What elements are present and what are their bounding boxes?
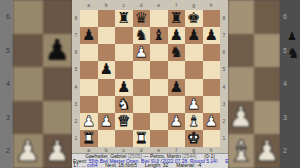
black-pawn: ♟ [168,27,186,44]
background-square [254,34,280,68]
square-a6[interactable] [80,44,98,61]
coordinate-label: 3 [72,96,80,113]
black-bishop: ♝ [150,27,168,44]
black-knight: ♞ [168,44,186,61]
square-d7[interactable]: ♞ [133,27,151,44]
square-g6[interactable] [185,44,203,61]
white-pawn: ♟ [228,101,254,135]
black-pawn: ♟ [115,79,133,96]
square-f1[interactable] [168,130,186,147]
square-g7[interactable]: ♟ [185,27,203,44]
square-f6[interactable]: ♞ [168,44,186,61]
rank-labels-right: 87654321 [220,10,228,147]
square-b4[interactable] [98,79,116,96]
square-g3[interactable]: ♟ [185,96,203,113]
square-d2[interactable] [133,113,151,130]
last-move: cxb4 [87,163,98,168]
background-square [43,101,73,135]
square-g1[interactable]: ♚ [185,130,203,147]
background-rank-label: 5 [6,47,10,54]
coordinate-label: a [80,0,98,10]
background-rank-label: 4 [6,80,10,87]
white-pawn: ♟ [133,44,151,61]
square-g5[interactable] [185,61,203,78]
white-pawn: ♟ [13,134,43,168]
background-right-rank-band: 65432♟♞ [280,0,300,168]
coordinate-label: 8 [72,10,80,27]
coordinate-label: 6 [220,44,228,61]
square-a2[interactable]: ♟ [80,113,98,130]
square-f5[interactable] [168,61,186,78]
video-frame: 65432 ♟♟♟ ♟♝♟ 65432♟♞ abcdefgh 87654321 … [0,0,300,168]
square-h8[interactable] [203,10,221,27]
square-c7[interactable] [115,27,133,44]
square-c6[interactable] [115,44,133,61]
white-rook: ♜ [133,130,151,147]
square-b1[interactable] [98,130,116,147]
coordinate-label: 2 [72,113,80,130]
next-move: 18.Nxb5 [118,163,137,168]
rank-labels-left: 87654321 [72,10,80,147]
square-e5[interactable] [150,61,168,78]
square-g2[interactable]: ♝ [185,113,203,130]
square-e4[interactable] [150,79,168,96]
square-c5[interactable] [115,61,133,78]
black-knight-icon: ♞ [287,46,300,60]
background-square [228,34,254,68]
white-pawn: ♟ [254,134,280,168]
square-d5[interactable] [133,61,151,78]
square-a4[interactable] [80,79,98,96]
square-e8[interactable] [150,10,168,27]
square-c4[interactable]: ♟ [115,79,133,96]
background-left-rank-band: 65432 [0,0,13,168]
coordinate-label: e [150,0,168,10]
square-e6[interactable] [150,44,168,61]
square-a7[interactable]: ♟ [80,27,98,44]
white-pawn: ♟ [80,113,98,130]
white-pawn: ♟ [98,113,116,130]
black-rook: ♜ [115,10,133,27]
white-pawn: ♟ [203,113,221,130]
square-a3[interactable] [80,96,98,113]
square-a1[interactable]: ♜ [80,130,98,147]
white-king: ♚ [185,130,203,147]
square-b5[interactable]: ♟ [98,61,116,78]
black-pawn: ♟ [203,27,221,44]
square-f8[interactable]: ♜ [168,10,186,27]
game-info-caption: Gaehwiler, Gabriel (2505) — Petrov, Mart… [72,153,228,168]
white-knight: ♞ [115,96,133,113]
coordinate-label: 1 [220,130,228,147]
coordinate-label: h [203,0,221,10]
square-b6[interactable] [98,44,116,61]
coordinate-label: 3 [220,96,228,113]
square-h7[interactable]: ♟ [203,27,221,44]
move-number: 17. ... [73,163,86,168]
square-b2[interactable]: ♟ [98,113,116,130]
black-pawn: ♟ [168,79,186,96]
background-rank-label: 4 [283,80,287,87]
white-pawn: ♟ [43,134,73,168]
length-label: Length: [145,163,162,168]
coordinate-label: 5 [72,61,80,78]
coordinate-label: 7 [220,27,228,44]
black-pawn: ♟ [43,34,73,68]
black-queen: ♛ [133,10,151,27]
background-rank-label: 3 [283,114,287,121]
square-h2[interactable]: ♟ [203,113,221,130]
square-f2[interactable]: ♟ [168,113,186,130]
white-queen: ♛ [115,113,133,130]
background-square [228,67,254,101]
square-a5[interactable] [80,61,98,78]
length-value: 32 [163,163,169,168]
background-square [228,0,254,34]
background-rank-label: 2 [283,147,287,154]
square-f3[interactable] [168,96,186,113]
white-rook: ♜ [80,130,98,147]
square-d3[interactable] [133,96,151,113]
background-square [254,101,280,135]
background-board-left: ♟♟♟ [13,0,72,168]
coordinate-label: 7 [72,27,80,44]
square-b3[interactable] [98,96,116,113]
black-pawn-icon: ♟ [287,31,297,42]
background-square [254,0,280,34]
square-h5[interactable] [203,61,221,78]
square-g8[interactable]: ♚ [185,10,203,27]
white-bishop: ♝ [228,134,254,168]
eco-code: E20 [225,159,228,164]
white-bishop: ♝ [185,113,203,130]
black-king: ♚ [185,10,203,27]
square-c8[interactable]: ♜ [115,10,133,27]
square-e1[interactable] [150,130,168,147]
square-h3[interactable] [203,96,221,113]
coordinate-label: 4 [72,79,80,96]
white-pawn: ♟ [168,113,186,130]
background-square [43,67,73,101]
material-value: -4 [197,163,201,168]
background-square [13,34,43,68]
background-square [254,67,280,101]
background-square [13,101,43,135]
square-h4[interactable] [203,79,221,96]
square-g4[interactable] [185,79,203,96]
square-a8[interactable] [80,10,98,27]
black-knight: ♞ [133,27,151,44]
square-d1[interactable]: ♜ [133,130,151,147]
coordinate-label: 4 [220,79,228,96]
square-h1[interactable] [203,130,221,147]
background-square [13,67,43,101]
black-rook: ♜ [168,10,186,27]
coordinate-label: 5 [220,61,228,78]
square-c2[interactable]: ♛ [115,113,133,130]
square-e7[interactable]: ♝ [150,27,168,44]
black-pawn: ♟ [185,27,203,44]
black-pawn: ♟ [80,27,98,44]
square-f4[interactable]: ♟ [168,79,186,96]
material-label: Material: [176,163,195,168]
background-rank-label: 3 [6,114,10,121]
coordinate-label: 2 [220,113,228,130]
square-h6[interactable] [203,44,221,61]
next-label: Next: [105,163,117,168]
square-c3[interactable]: ♞ [115,96,133,113]
square-c1[interactable] [115,130,133,147]
background-rank-label: 6 [283,13,287,20]
square-e3[interactable] [150,96,168,113]
white-pawn: ♟ [185,96,203,113]
background-square [13,0,43,34]
background-rank-label: 6 [6,13,10,20]
square-b7[interactable] [98,27,116,44]
black-pawn: ♟ [98,61,116,78]
background-square [43,0,73,34]
square-d8[interactable]: ♛ [133,10,151,27]
square-b8[interactable] [98,10,116,27]
coordinate-label: 6 [72,44,80,61]
board-frame: abcdefgh 87654321 ♜♛♜♚♟♞♝♟♟♟♟♞♟♟♟♞♟♟♟♛♟♝… [72,0,228,153]
coordinate-label: b [98,0,116,10]
coordinate-label: 8 [220,10,228,27]
square-e2[interactable] [150,113,168,130]
background-board-right: ♟♝♟ [228,0,280,168]
square-d6[interactable]: ♟ [133,44,151,61]
square-f7[interactable]: ♟ [168,27,186,44]
square-d4[interactable] [133,79,151,96]
coordinate-label: 1 [72,130,80,147]
moves-line: 17. ... cxb4 Next: 18.Nxb5 Length: 32 Ma… [72,163,228,168]
background-rank-label: 2 [6,147,10,154]
chess-board: ♜♛♜♚♟♞♝♟♟♟♟♞♟♟♟♞♟♟♟♛♟♝♟♜♜♚ [80,10,220,147]
